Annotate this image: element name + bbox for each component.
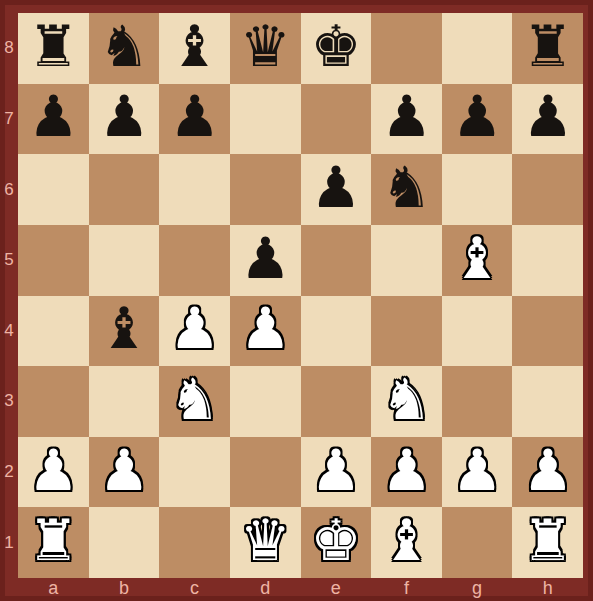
- square-f2[interactable]: ♟: [371, 437, 442, 508]
- black-pawn[interactable]: ♟: [452, 88, 503, 145]
- square-a3[interactable]: [18, 366, 89, 437]
- white-bishop[interactable]: ♝: [381, 512, 432, 569]
- square-g5[interactable]: ♝: [442, 225, 513, 296]
- square-g6[interactable]: [442, 154, 513, 225]
- square-c5[interactable]: [159, 225, 230, 296]
- square-e3[interactable]: [301, 366, 372, 437]
- square-e2[interactable]: ♟: [301, 437, 372, 508]
- square-e7[interactable]: [301, 84, 372, 155]
- rank-label-7: 7: [0, 84, 18, 155]
- file-label-g: g: [442, 578, 513, 601]
- square-c7[interactable]: ♟: [159, 84, 230, 155]
- square-e4[interactable]: [301, 296, 372, 367]
- square-c1[interactable]: [159, 507, 230, 578]
- square-d5[interactable]: ♟: [230, 225, 301, 296]
- square-h4[interactable]: [512, 296, 583, 367]
- square-f7[interactable]: ♟: [371, 84, 442, 155]
- square-b2[interactable]: ♟: [89, 437, 160, 508]
- square-h5[interactable]: [512, 225, 583, 296]
- square-d1[interactable]: ♛: [230, 507, 301, 578]
- square-g4[interactable]: [442, 296, 513, 367]
- rank-label-2: 2: [0, 437, 18, 508]
- rank-label-6: 6: [0, 154, 18, 225]
- square-b4[interactable]: ♝: [89, 296, 160, 367]
- square-h2[interactable]: ♟: [512, 437, 583, 508]
- square-a6[interactable]: [18, 154, 89, 225]
- white-pawn[interactable]: ♟: [381, 442, 432, 499]
- file-label-h: h: [512, 578, 583, 601]
- square-f4[interactable]: [371, 296, 442, 367]
- file-label-f: f: [371, 578, 442, 601]
- square-c8[interactable]: ♝: [159, 13, 230, 84]
- white-pawn[interactable]: ♟: [169, 300, 220, 357]
- rank-label-4: 4: [0, 296, 18, 367]
- square-f6[interactable]: ♞: [371, 154, 442, 225]
- rank-label-8: 8: [0, 13, 18, 84]
- white-pawn[interactable]: ♟: [522, 442, 573, 499]
- black-bishop[interactable]: ♝: [98, 300, 149, 357]
- black-king[interactable]: ♚: [310, 18, 361, 75]
- white-pawn[interactable]: ♟: [452, 442, 503, 499]
- square-b3[interactable]: [89, 366, 160, 437]
- black-rook[interactable]: ♜: [522, 18, 573, 75]
- square-b1[interactable]: [89, 507, 160, 578]
- square-e6[interactable]: ♟: [301, 154, 372, 225]
- square-c4[interactable]: ♟: [159, 296, 230, 367]
- chess-board-frame: 87654321 ♜♞♝♛♚♜♟♟♟♟♟♟♟♞♟♝♝♟♟♞♞♟♟♟♟♟♟♜♛♚♝…: [0, 0, 593, 601]
- black-pawn[interactable]: ♟: [522, 88, 573, 145]
- rank-label-1: 1: [0, 507, 18, 578]
- white-queen[interactable]: ♛: [240, 512, 291, 569]
- white-king[interactable]: ♚: [310, 512, 361, 569]
- square-d6[interactable]: [230, 154, 301, 225]
- white-pawn[interactable]: ♟: [98, 442, 149, 499]
- square-d3[interactable]: [230, 366, 301, 437]
- file-label-d: d: [230, 578, 301, 601]
- white-bishop[interactable]: ♝: [452, 230, 503, 287]
- square-h1[interactable]: ♜: [512, 507, 583, 578]
- file-label-a: a: [18, 578, 89, 601]
- rank-labels: 87654321: [0, 13, 18, 578]
- square-e1[interactable]: ♚: [301, 507, 372, 578]
- black-bishop[interactable]: ♝: [169, 18, 220, 75]
- square-b8[interactable]: ♞: [89, 13, 160, 84]
- square-a2[interactable]: ♟: [18, 437, 89, 508]
- square-b7[interactable]: ♟: [89, 84, 160, 155]
- rank-label-3: 3: [0, 366, 18, 437]
- square-a1[interactable]: ♜: [18, 507, 89, 578]
- white-pawn[interactable]: ♟: [28, 442, 79, 499]
- black-pawn[interactable]: ♟: [28, 88, 79, 145]
- square-a4[interactable]: [18, 296, 89, 367]
- file-label-b: b: [89, 578, 160, 601]
- square-h3[interactable]: [512, 366, 583, 437]
- square-h8[interactable]: ♜: [512, 13, 583, 84]
- square-a7[interactable]: ♟: [18, 84, 89, 155]
- black-pawn[interactable]: ♟: [98, 88, 149, 145]
- white-rook[interactable]: ♜: [28, 512, 79, 569]
- square-b5[interactable]: [89, 225, 160, 296]
- square-e8[interactable]: ♚: [301, 13, 372, 84]
- white-knight[interactable]: ♞: [169, 371, 220, 428]
- square-h6[interactable]: [512, 154, 583, 225]
- file-label-c: c: [159, 578, 230, 601]
- square-f3[interactable]: ♞: [371, 366, 442, 437]
- black-knight[interactable]: ♞: [381, 159, 432, 216]
- black-queen[interactable]: ♛: [240, 18, 291, 75]
- black-pawn[interactable]: ♟: [169, 88, 220, 145]
- file-label-e: e: [301, 578, 372, 601]
- square-f5[interactable]: [371, 225, 442, 296]
- black-rook[interactable]: ♜: [28, 18, 79, 75]
- white-rook[interactable]: ♜: [522, 512, 573, 569]
- board: ♜♞♝♛♚♜♟♟♟♟♟♟♟♞♟♝♝♟♟♞♞♟♟♟♟♟♟♜♛♚♝♜: [18, 13, 583, 578]
- square-d4[interactable]: ♟: [230, 296, 301, 367]
- square-d2[interactable]: [230, 437, 301, 508]
- square-a5[interactable]: [18, 225, 89, 296]
- square-c2[interactable]: [159, 437, 230, 508]
- square-g8[interactable]: [442, 13, 513, 84]
- square-h7[interactable]: ♟: [512, 84, 583, 155]
- black-knight[interactable]: ♞: [98, 18, 149, 75]
- black-pawn[interactable]: ♟: [381, 88, 432, 145]
- square-c3[interactable]: ♞: [159, 366, 230, 437]
- square-f8[interactable]: [371, 13, 442, 84]
- square-a8[interactable]: ♜: [18, 13, 89, 84]
- rank-label-5: 5: [0, 225, 18, 296]
- square-c6[interactable]: [159, 154, 230, 225]
- white-knight[interactable]: ♞: [381, 371, 432, 428]
- square-g1[interactable]: [442, 507, 513, 578]
- square-d8[interactable]: ♛: [230, 13, 301, 84]
- white-pawn[interactable]: ♟: [310, 442, 361, 499]
- black-pawn[interactable]: ♟: [240, 230, 291, 287]
- square-g3[interactable]: [442, 366, 513, 437]
- square-g7[interactable]: ♟: [442, 84, 513, 155]
- file-labels: abcdefgh: [18, 578, 583, 601]
- square-b6[interactable]: [89, 154, 160, 225]
- square-d7[interactable]: [230, 84, 301, 155]
- white-pawn[interactable]: ♟: [240, 300, 291, 357]
- square-f1[interactable]: ♝: [371, 507, 442, 578]
- black-pawn[interactable]: ♟: [310, 159, 361, 216]
- square-g2[interactable]: ♟: [442, 437, 513, 508]
- square-e5[interactable]: [301, 225, 372, 296]
